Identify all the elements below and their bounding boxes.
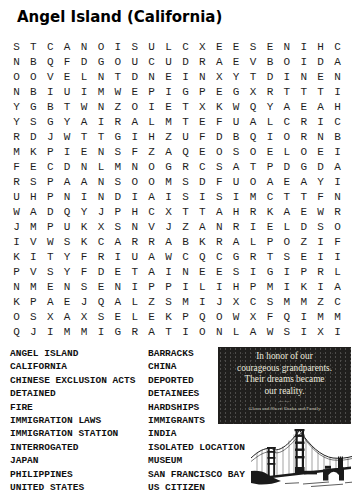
grid-cell: A xyxy=(143,190,160,205)
grid-cell: T xyxy=(59,99,76,114)
grid-cell: A xyxy=(228,159,245,174)
grid-cell: G xyxy=(261,265,278,280)
grid-cell: A xyxy=(76,114,93,129)
grid-cell: M xyxy=(245,190,262,205)
grid-cell: N xyxy=(76,159,93,174)
grid-cell: V xyxy=(25,235,42,250)
grid-cell: A xyxy=(126,114,143,129)
grid-cell: V xyxy=(245,54,262,69)
grid-cell: A xyxy=(245,114,262,129)
grid-cell: G xyxy=(109,325,126,340)
grid-cell: G xyxy=(109,129,126,144)
grid-cell: F xyxy=(126,144,143,159)
grid-cell: N xyxy=(59,190,76,205)
grid-cell: U xyxy=(126,250,143,265)
grid-cell: P xyxy=(42,174,59,189)
grid-cell: I xyxy=(194,190,211,205)
grid-cell: A xyxy=(245,325,262,340)
grid-cell: S xyxy=(109,174,126,189)
grid-cell: N xyxy=(8,84,25,99)
grid-cell: E xyxy=(194,144,211,159)
grid-cell: Q xyxy=(194,310,211,325)
grid-cell: U xyxy=(228,114,245,129)
grid-cell: M xyxy=(160,174,177,189)
grid-cell: N xyxy=(8,54,25,69)
grid-cell: N xyxy=(312,129,329,144)
grid-cell: P xyxy=(194,84,211,99)
word-list-item: FIRE xyxy=(10,401,135,414)
grid-cell: E xyxy=(92,280,109,295)
grid-cell: I xyxy=(312,250,329,265)
grid-cell: R xyxy=(8,174,25,189)
grid-cell: A xyxy=(25,205,42,220)
grid-cell: A xyxy=(59,39,76,54)
word-search-grid: STCANOISULCXEESENIHCNBQFDGOUCUDRAEVBOIDA… xyxy=(8,39,346,340)
grid-cell: T xyxy=(109,69,126,84)
grid-cell: I xyxy=(329,250,346,265)
grid-cell: D xyxy=(76,54,93,69)
grid-cell: G xyxy=(228,250,245,265)
grid-cell: W xyxy=(160,250,177,265)
grid-cell: L xyxy=(194,280,211,295)
grid-cell: O xyxy=(278,129,295,144)
grid-cell: T xyxy=(42,250,59,265)
word-list-item: PHILIPPINES xyxy=(10,468,135,481)
grid-cell: I xyxy=(92,114,109,129)
grid-cell: R xyxy=(194,54,211,69)
grid-cell: C xyxy=(329,295,346,310)
grid-cell: R xyxy=(126,235,143,250)
grid-cell: D xyxy=(177,54,194,69)
grid-cell: L xyxy=(126,310,143,325)
grid-cell: Y xyxy=(76,205,93,220)
grid-cell: D xyxy=(126,69,143,84)
grid-cell: U xyxy=(59,220,76,235)
grid-cell: E xyxy=(76,144,93,159)
grid-cell: N xyxy=(8,280,25,295)
grid-cell: G xyxy=(160,159,177,174)
grid-cell: E xyxy=(59,69,76,84)
grid-cell: O xyxy=(245,144,262,159)
grid-cell: T xyxy=(312,84,329,99)
grid-cell: I xyxy=(295,325,312,340)
grid-cell: X xyxy=(194,39,211,54)
grid-cell: Z xyxy=(143,295,160,310)
grid-cell: T xyxy=(278,190,295,205)
grid-cell: G xyxy=(177,84,194,99)
grid-cell: X xyxy=(42,310,59,325)
grid-cell: M xyxy=(8,144,25,159)
grid-cell: C xyxy=(143,205,160,220)
grid-cell: A xyxy=(160,144,177,159)
grid-cell: S xyxy=(228,144,245,159)
grid-cell: I xyxy=(160,265,177,280)
grid-cell: I xyxy=(160,190,177,205)
grid-cell: R xyxy=(211,235,228,250)
grid-cell: B xyxy=(228,129,245,144)
word-list-item: INTERROGATED xyxy=(10,441,135,454)
grid-cell: M xyxy=(59,325,76,340)
grid-cell: N xyxy=(76,39,93,54)
grid-cell: P xyxy=(177,310,194,325)
grid-cell: J xyxy=(25,325,42,340)
grid-cell: E xyxy=(109,265,126,280)
grid-cell: O xyxy=(329,220,346,235)
grid-cell: Y xyxy=(261,99,278,114)
word-list-left: ANGEL ISLANDCALIFORNIACHINESE EXCLUSION … xyxy=(10,347,135,494)
grid-cell: M xyxy=(329,310,346,325)
grid-cell: D xyxy=(312,54,329,69)
grid-cell: T xyxy=(160,325,177,340)
grid-cell: I xyxy=(329,174,346,189)
grid-cell: O xyxy=(92,39,109,54)
grid-cell: S xyxy=(177,174,194,189)
grid-cell: D xyxy=(211,129,228,144)
grid-cell: I xyxy=(177,325,194,340)
grid-cell: Y xyxy=(59,114,76,129)
grid-cell: C xyxy=(278,114,295,129)
grid-cell: N xyxy=(126,159,143,174)
grid-cell: E xyxy=(211,39,228,54)
grid-cell: F xyxy=(194,129,211,144)
plaque-text: In honor of ourcourageous grandparents.T… xyxy=(218,347,351,397)
grid-cell: I xyxy=(329,144,346,159)
word-list-item: ISOLATED LOCATION xyxy=(148,441,245,454)
grid-cell: I xyxy=(194,295,211,310)
grid-cell: E xyxy=(59,295,76,310)
grid-cell: I xyxy=(8,235,25,250)
grid-cell: Z xyxy=(312,295,329,310)
grid-cell: I xyxy=(245,265,262,280)
grid-cell: N xyxy=(92,99,109,114)
grid-cell: T xyxy=(194,205,211,220)
grid-cell: A xyxy=(211,205,228,220)
grid-cell: X xyxy=(228,295,245,310)
grid-cell: E xyxy=(295,99,312,114)
grid-cell: Q xyxy=(194,250,211,265)
grid-cell: I xyxy=(261,129,278,144)
grid-cell: U xyxy=(160,54,177,69)
grid-cell: O xyxy=(25,69,42,84)
grid-cell: Z xyxy=(143,144,160,159)
grid-cell: N xyxy=(211,220,228,235)
word-list-item: CALIFORNIA xyxy=(10,360,135,373)
grid-cell: F xyxy=(261,310,278,325)
grid-cell: L xyxy=(245,235,262,250)
grid-cell: R xyxy=(245,205,262,220)
grid-cell: W xyxy=(312,205,329,220)
grid-cell: S xyxy=(228,265,245,280)
grid-cell: L xyxy=(228,325,245,340)
grid-cell: A xyxy=(76,174,93,189)
grid-cell: Z xyxy=(177,220,194,235)
grid-cell: H xyxy=(312,39,329,54)
grid-cell: Y xyxy=(312,174,329,189)
grid-cell: H xyxy=(228,205,245,220)
grid-cell: T xyxy=(126,265,143,280)
grid-cell: L xyxy=(278,144,295,159)
grid-cell: I xyxy=(228,190,245,205)
grid-cell: O xyxy=(126,99,143,114)
grid-cell: L xyxy=(278,220,295,235)
grid-cell: L xyxy=(143,114,160,129)
grid-cell: P xyxy=(42,220,59,235)
grid-cell: A xyxy=(295,174,312,189)
grid-cell: R xyxy=(295,114,312,129)
grid-cell: G xyxy=(295,159,312,174)
grid-cell: E xyxy=(211,265,228,280)
grid-cell: Q xyxy=(8,325,25,340)
grid-cell: E xyxy=(312,144,329,159)
grid-cell: T xyxy=(92,129,109,144)
grid-cell: K xyxy=(76,235,93,250)
grid-cell: N xyxy=(329,190,346,205)
grid-cell: D xyxy=(59,159,76,174)
grid-cell: E xyxy=(109,310,126,325)
grid-cell: S xyxy=(261,295,278,310)
grid-cell: P xyxy=(109,205,126,220)
grid-cell: S xyxy=(177,190,194,205)
grid-cell: N xyxy=(109,280,126,295)
grid-cell: P xyxy=(261,159,278,174)
grid-cell: X xyxy=(245,310,262,325)
grid-cell: D xyxy=(92,265,109,280)
grid-cell: I xyxy=(25,250,42,265)
grid-cell: W xyxy=(109,84,126,99)
grid-cell: S xyxy=(278,250,295,265)
word-list-item: ANGEL ISLAND xyxy=(10,347,135,360)
grid-cell: I xyxy=(211,280,228,295)
grid-cell: I xyxy=(76,84,93,99)
grid-cell: A xyxy=(109,295,126,310)
grid-cell: N xyxy=(194,69,211,84)
grid-cell: I xyxy=(329,84,346,99)
grid-cell: D xyxy=(278,159,295,174)
grid-cell: U xyxy=(126,54,143,69)
grid-cell: X xyxy=(312,325,329,340)
grid-cell: W xyxy=(76,99,93,114)
grid-cell: S xyxy=(278,325,295,340)
grid-cell: K xyxy=(76,220,93,235)
grid-cell: M xyxy=(76,325,93,340)
grid-cell: W xyxy=(228,99,245,114)
grid-cell: M xyxy=(25,220,42,235)
grid-cell: N xyxy=(92,69,109,84)
grid-cell: I xyxy=(295,310,312,325)
grid-cell: R xyxy=(143,235,160,250)
grid-cell: N xyxy=(92,190,109,205)
grid-cell: E xyxy=(295,250,312,265)
grid-cell: O xyxy=(109,54,126,69)
grid-cell: I xyxy=(42,84,59,99)
grid-cell: O xyxy=(8,69,25,84)
grid-cell: G xyxy=(25,99,42,114)
grid-cell: N xyxy=(143,69,160,84)
grid-cell: P xyxy=(42,144,59,159)
grid-cell: S xyxy=(211,159,228,174)
grid-cell: H xyxy=(228,280,245,295)
grid-cell: N xyxy=(59,280,76,295)
grid-cell: D xyxy=(109,190,126,205)
grid-cell: N xyxy=(329,69,346,84)
grid-cell: F xyxy=(8,159,25,174)
grid-cell: N xyxy=(211,325,228,340)
grid-cell: E xyxy=(295,205,312,220)
grid-cell: S xyxy=(211,190,228,205)
grid-cell: T xyxy=(295,84,312,99)
grid-cell: O xyxy=(211,144,228,159)
grid-cell: S xyxy=(76,280,93,295)
grid-cell: C xyxy=(42,39,59,54)
grid-cell: S xyxy=(109,144,126,159)
grid-cell: A xyxy=(160,235,177,250)
grid-cell: M xyxy=(25,280,42,295)
grid-cell: P xyxy=(261,235,278,250)
grid-cell: B xyxy=(329,129,346,144)
grid-cell: A xyxy=(329,159,346,174)
grid-cell: B xyxy=(25,84,42,99)
word-list-item: DETAINED xyxy=(10,387,135,400)
grid-cell: Y xyxy=(8,114,25,129)
grid-cell: A xyxy=(228,235,245,250)
grid-cell: P xyxy=(42,190,59,205)
grid-cell: T xyxy=(278,84,295,99)
grid-cell: B xyxy=(177,235,194,250)
grid-cell: J xyxy=(92,205,109,220)
grid-cell: J xyxy=(76,295,93,310)
grid-cell: W xyxy=(59,129,76,144)
grid-cell: E xyxy=(312,69,329,84)
grid-cell: D xyxy=(295,220,312,235)
grid-cell: E xyxy=(194,265,211,280)
grid-cell: T xyxy=(177,205,194,220)
grid-cell: C xyxy=(42,159,59,174)
golden-gate-bridge-icon xyxy=(251,427,352,498)
word-list-item: IMMIGRATION STATION xyxy=(10,427,135,440)
grid-cell: W xyxy=(261,325,278,340)
word-list-item: UNITED STATES xyxy=(10,481,135,494)
grid-cell: T xyxy=(76,129,93,144)
grid-cell: J xyxy=(42,129,59,144)
grid-cell: N xyxy=(92,144,109,159)
grid-cell: O xyxy=(126,174,143,189)
grid-cell: R xyxy=(295,129,312,144)
grid-cell: C xyxy=(92,235,109,250)
plaque-divider: ―― xyxy=(218,398,351,404)
grid-cell: X xyxy=(211,69,228,84)
grid-cell: I xyxy=(278,265,295,280)
grid-cell: O xyxy=(8,310,25,325)
grid-cell: P xyxy=(25,295,42,310)
grid-cell: N xyxy=(278,39,295,54)
grid-cell: A xyxy=(143,325,160,340)
grid-cell: M xyxy=(160,114,177,129)
grid-cell: M xyxy=(261,280,278,295)
grid-cell: U xyxy=(8,190,25,205)
grid-cell: S xyxy=(25,114,42,129)
grid-cell: S xyxy=(8,39,25,54)
grid-cell: Y xyxy=(8,99,25,114)
grid-cell: S xyxy=(160,295,177,310)
grid-cell: K xyxy=(8,250,25,265)
grid-cell: M xyxy=(92,84,109,99)
grid-cell: K xyxy=(194,235,211,250)
grid-cell: T xyxy=(25,39,42,54)
grid-cell: A xyxy=(59,310,76,325)
grid-cell: O xyxy=(295,144,312,159)
grid-cell: R xyxy=(177,159,194,174)
grid-cell: E xyxy=(25,159,42,174)
grid-cell: R xyxy=(261,84,278,99)
grid-cell: O xyxy=(143,174,160,189)
grid-cell: E xyxy=(143,310,160,325)
grid-cell: I xyxy=(126,129,143,144)
grid-cell: G xyxy=(228,84,245,99)
plaque-line: Their dreams became xyxy=(218,374,351,386)
grid-cell: A xyxy=(211,54,228,69)
page-title: Angel Island (California) xyxy=(17,8,222,26)
grid-cell: S xyxy=(25,174,42,189)
grid-cell: O xyxy=(278,235,295,250)
grid-cell: E xyxy=(278,174,295,189)
grid-cell: B xyxy=(261,54,278,69)
grid-cell: U xyxy=(59,84,76,99)
grid-cell: K xyxy=(211,99,228,114)
grid-cell: C xyxy=(211,250,228,265)
grid-cell: V xyxy=(25,265,42,280)
grid-cell: X xyxy=(245,84,262,99)
grid-cell: F xyxy=(59,54,76,69)
grid-cell: Q xyxy=(278,310,295,325)
grid-cell: I xyxy=(245,220,262,235)
grid-cell: N xyxy=(177,265,194,280)
grid-cell: L xyxy=(76,69,93,84)
grid-cell: P xyxy=(143,280,160,295)
grid-cell: I xyxy=(126,190,143,205)
word-list-item: MUSEUM xyxy=(148,454,245,467)
grid-cell: R xyxy=(8,129,25,144)
grid-cell: Q xyxy=(245,99,262,114)
grid-cell: P xyxy=(8,265,25,280)
grid-cell: S xyxy=(59,235,76,250)
grid-cell: I xyxy=(160,84,177,99)
grid-cell: W xyxy=(228,310,245,325)
grid-cell: V xyxy=(143,220,160,235)
grid-cell: F xyxy=(76,265,93,280)
grid-cell: P xyxy=(160,280,177,295)
grid-cell: T xyxy=(177,114,194,129)
grid-cell: Y xyxy=(228,69,245,84)
grid-cell: P xyxy=(245,280,262,295)
grid-cell: Q xyxy=(92,295,109,310)
grid-cell: R xyxy=(126,325,143,340)
grid-cell: Y xyxy=(59,265,76,280)
grid-cell: A xyxy=(59,174,76,189)
grid-cell: C xyxy=(177,39,194,54)
grid-cell: M xyxy=(278,295,295,310)
grid-cell: D xyxy=(261,69,278,84)
grid-cell: T xyxy=(261,250,278,265)
grid-cell: L xyxy=(92,159,109,174)
grid-cell: I xyxy=(177,280,194,295)
grid-cell: G xyxy=(92,54,109,69)
grid-cell: H xyxy=(329,99,346,114)
grid-cell: D xyxy=(194,174,211,189)
grid-cell: Y xyxy=(59,250,76,265)
worksheet-page: Angel Island (California) STCANOISULCXEE… xyxy=(0,0,353,500)
grid-cell: Z xyxy=(295,235,312,250)
grid-cell: Q xyxy=(177,144,194,159)
